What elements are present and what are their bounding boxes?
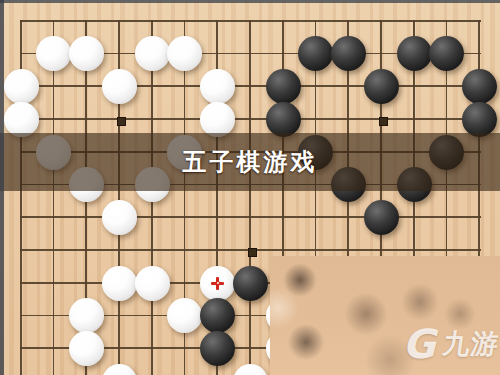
top-edge-strip bbox=[0, 0, 500, 3]
star-point bbox=[379, 117, 388, 126]
black-stone[interactable] bbox=[266, 102, 301, 137]
9game-logo-icon: G bbox=[401, 324, 444, 364]
white-stone[interactable] bbox=[4, 69, 39, 104]
gomoku-game-screenshot: 五子棋游戏 G 九游 bbox=[0, 0, 500, 375]
watermark-text: 九游 bbox=[440, 326, 500, 362]
white-stone[interactable] bbox=[102, 266, 137, 301]
white-stone[interactable] bbox=[200, 102, 235, 137]
white-stone[interactable] bbox=[135, 36, 170, 71]
white-stone[interactable] bbox=[4, 102, 39, 137]
white-stone[interactable] bbox=[200, 266, 235, 301]
white-stone[interactable] bbox=[102, 69, 137, 104]
black-stone[interactable] bbox=[266, 69, 301, 104]
black-stone[interactable] bbox=[462, 102, 497, 137]
white-stone[interactable] bbox=[102, 200, 137, 235]
black-stone[interactable] bbox=[364, 69, 399, 104]
black-stone[interactable] bbox=[364, 200, 399, 235]
banner-title: 五子棋游戏 bbox=[183, 146, 318, 178]
black-stone[interactable] bbox=[462, 69, 497, 104]
left-edge-strip bbox=[0, 0, 4, 375]
black-stone[interactable] bbox=[397, 36, 432, 71]
star-point bbox=[117, 117, 126, 126]
white-stone[interactable] bbox=[135, 266, 170, 301]
star-point bbox=[248, 248, 257, 257]
black-stone[interactable] bbox=[233, 266, 268, 301]
title-banner: 五子棋游戏 bbox=[0, 133, 500, 191]
watermark: G 九游 bbox=[406, 324, 499, 364]
